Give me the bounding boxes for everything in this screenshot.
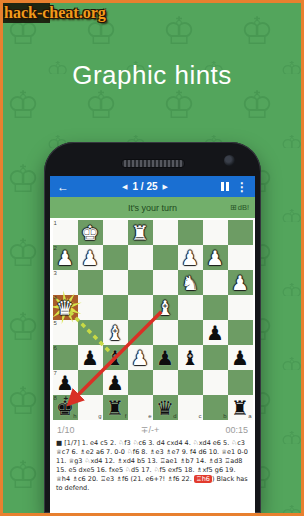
turn-text: It's your turn	[50, 197, 255, 218]
piece-black-B-f6: ♝	[103, 345, 128, 370]
square-h5[interactable]: 5	[53, 320, 78, 345]
square-e6[interactable]: ♟	[128, 345, 153, 370]
navbar-actions: ⋮	[221, 181, 248, 193]
piece-black-P-f7: ♟	[103, 370, 128, 395]
square-f8[interactable]: f♜	[103, 395, 128, 420]
square-g8[interactable]: g	[78, 395, 103, 420]
square-e3[interactable]	[128, 270, 153, 295]
square-e2[interactable]	[128, 245, 153, 270]
back-arrow-icon[interactable]: ←	[57, 181, 69, 193]
square-g1[interactable]: ♚	[78, 220, 103, 245]
rank-label-7: 7	[54, 370, 57, 377]
file-label-g: g	[98, 413, 101, 420]
piece-white-P-a3: ♟	[228, 270, 253, 295]
square-e4[interactable]	[128, 295, 153, 320]
piece-white-P-g2: ♟	[78, 245, 103, 270]
square-g7[interactable]	[78, 370, 103, 395]
pause-icon[interactable]	[221, 182, 229, 191]
engine-indicator[interactable]: ⊞ dB!	[230, 197, 249, 218]
square-h3[interactable]: 3	[53, 270, 78, 295]
grid-icon: ⊞	[230, 204, 237, 212]
square-g4[interactable]	[78, 295, 103, 320]
square-h4[interactable]: 4♛	[53, 295, 78, 320]
square-d3[interactable]	[153, 270, 178, 295]
square-c5[interactable]	[178, 320, 203, 345]
square-c2[interactable]: ♟	[178, 245, 203, 270]
square-h2[interactable]: 2♟	[53, 245, 78, 270]
file-label-c: c	[199, 413, 202, 420]
move-list: ■ [1/7] 1. e4 c5 2. ♘f3 ♘c6 3. d4 cxd4 4…	[50, 437, 255, 493]
piece-white-P-b2: ♟	[203, 245, 228, 270]
square-a5[interactable]	[228, 320, 253, 345]
square-f5[interactable]: ♝	[103, 320, 128, 345]
square-f3[interactable]	[103, 270, 128, 295]
square-a6[interactable]: ♟	[228, 345, 253, 370]
chess-board: 1♚♜2♟♟♟♟3♞♟4♛♝5♝♟6♟♝♟♟♝♟7♟♟8h+♚gf♜ed♛cba…	[53, 220, 253, 420]
square-c7[interactable]	[178, 370, 203, 395]
square-c6[interactable]: ♝	[178, 345, 203, 370]
rank-label-6: 6	[54, 345, 57, 352]
piece-black-P-b5: ♟	[203, 320, 228, 345]
square-b4[interactable]	[203, 295, 228, 320]
square-d6[interactable]: ♟	[153, 345, 178, 370]
piece-white-B-f5: ♝	[103, 320, 128, 345]
status-bar: 1/10 ∓/-+ 00:15	[50, 422, 255, 437]
piece-black-P-g6: ♟	[78, 345, 103, 370]
square-f7[interactable]: ♟	[103, 370, 128, 395]
piece-black-P-a6: ♟	[228, 345, 253, 370]
engine-indicator-label: dB!	[238, 203, 249, 212]
rank-label-5: 5	[54, 320, 57, 327]
file-label-e: e	[148, 413, 151, 420]
prev-puzzle-icon[interactable]: ◀	[122, 183, 127, 190]
highlighted-move[interactable]: ♖h6	[194, 475, 212, 483]
rank-label-8: 8	[54, 395, 57, 402]
square-g5[interactable]	[78, 320, 103, 345]
square-a7[interactable]	[228, 370, 253, 395]
square-e7[interactable]	[128, 370, 153, 395]
progress-counter: 1/10	[57, 425, 75, 435]
square-h8[interactable]: 8h+♚	[53, 395, 78, 420]
file-label-h: h	[73, 413, 76, 420]
phone-mockup: ← ◀ 1 / 25 ▶ ⋮ It's your turn ⊞ dB! 1♚♜2…	[44, 142, 261, 513]
square-f1[interactable]	[103, 220, 128, 245]
square-e8[interactable]: e	[128, 395, 153, 420]
square-b8[interactable]: b	[203, 395, 228, 420]
watermark: hack-cheat.org	[4, 4, 106, 22]
square-b5[interactable]: ♟	[203, 320, 228, 345]
file-label-f: f	[125, 413, 127, 420]
square-g3[interactable]	[78, 270, 103, 295]
next-puzzle-icon[interactable]: ▶	[163, 183, 168, 190]
phone-speaker	[121, 159, 185, 168]
square-d8[interactable]: d♛	[153, 395, 178, 420]
square-f4[interactable]	[103, 295, 128, 320]
square-a4[interactable]	[228, 295, 253, 320]
square-c3[interactable]: ♞	[178, 270, 203, 295]
square-g6[interactable]: ♟	[78, 345, 103, 370]
square-d5[interactable]	[153, 320, 178, 345]
piece-white-P-e6: ♟	[128, 345, 153, 370]
square-c4[interactable]	[178, 295, 203, 320]
piece-white-R-e1: ♜	[128, 220, 153, 245]
square-e1[interactable]: ♜	[128, 220, 153, 245]
square-d7[interactable]	[153, 370, 178, 395]
file-label-d: d	[173, 413, 176, 420]
square-d1[interactable]	[153, 220, 178, 245]
square-c1[interactable]	[178, 220, 203, 245]
rank-label-1: 1	[54, 220, 57, 227]
piece-white-P-c2: ♟	[178, 245, 203, 270]
evaluation-label: ∓/-+	[141, 425, 159, 435]
file-label-a: a	[248, 413, 251, 420]
page-title: Graphic hints	[0, 60, 304, 91]
rank-label-2: 2	[54, 245, 57, 252]
square-a8[interactable]: a♜	[228, 395, 253, 420]
piece-black-P-d6: ♟	[153, 345, 178, 370]
square-f2[interactable]	[103, 245, 128, 270]
rank-label-3: 3	[54, 270, 57, 277]
square-a2[interactable]	[228, 245, 253, 270]
piece-white-K-g1: ♚	[78, 220, 103, 245]
timer: 00:15	[225, 425, 248, 435]
square-d2[interactable]	[153, 245, 178, 270]
puzzle-counter: 1 / 25	[132, 181, 157, 192]
turn-banner: It's your turn ⊞ dB!	[50, 197, 255, 218]
phone-camera-icon	[224, 155, 235, 166]
overflow-menu-icon[interactable]: ⋮	[236, 181, 248, 193]
square-d4[interactable]: ♝	[153, 295, 178, 320]
piece-black-B-c6: ♝	[178, 345, 203, 370]
square-h6[interactable]: 6	[53, 345, 78, 370]
square-b3[interactable]	[203, 270, 228, 295]
square-f6[interactable]: ♝	[103, 345, 128, 370]
square-c8[interactable]: c	[178, 395, 203, 420]
piece-white-B-d4: ♝	[153, 295, 178, 320]
board-grid: 1♚♜2♟♟♟♟3♞♟4♛♝5♝♟6♟♝♟♟♝♟7♟♟8h+♚gf♜ed♛cba…	[53, 220, 253, 420]
square-g2[interactable]: ♟	[78, 245, 103, 270]
square-a3[interactable]: ♟	[228, 270, 253, 295]
check-indicator: +	[64, 394, 69, 403]
rank-label-4: 4	[54, 295, 57, 302]
square-b1[interactable]	[203, 220, 228, 245]
square-a1[interactable]	[228, 220, 253, 245]
square-b6[interactable]	[203, 345, 228, 370]
app-screen: ← ◀ 1 / 25 ▶ ⋮ It's your turn ⊞ dB! 1♚♜2…	[50, 176, 255, 513]
square-b2[interactable]: ♟	[203, 245, 228, 270]
piece-black-R-f8: ♜	[103, 395, 128, 420]
square-b7[interactable]	[203, 370, 228, 395]
square-e5[interactable]	[128, 320, 153, 345]
puzzle-pager: ◀ 1 / 25 ▶	[69, 181, 221, 192]
square-h7[interactable]: 7♟	[53, 370, 78, 395]
top-navbar: ← ◀ 1 / 25 ▶ ⋮	[50, 176, 255, 197]
square-h1[interactable]: 1	[53, 220, 78, 245]
piece-white-N-c3: ♞	[178, 270, 203, 295]
file-label-b: b	[223, 413, 226, 420]
